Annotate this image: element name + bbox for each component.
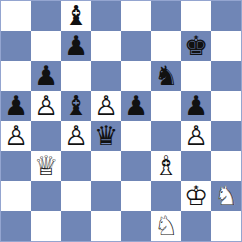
square-a4[interactable]: ♟♙ [1, 121, 31, 151]
square-b5[interactable]: ♟♙ [31, 91, 61, 121]
square-a3[interactable] [1, 151, 31, 181]
piece-white-queen[interactable]: ♛♕ [32, 152, 60, 180]
square-e6[interactable] [121, 61, 151, 91]
square-a6[interactable] [1, 61, 31, 91]
square-g6[interactable] [181, 61, 211, 91]
square-h1[interactable] [211, 211, 241, 241]
square-a2[interactable] [1, 181, 31, 211]
black-queen-glyph: ♛ [92, 122, 120, 150]
piece-white-pawn[interactable]: ♟♙ [92, 92, 120, 120]
piece-black-pawn[interactable]: ♟ [122, 92, 150, 120]
square-h2[interactable]: ♞♘ [211, 181, 241, 211]
piece-white-pawn[interactable]: ♟♙ [32, 92, 60, 120]
square-e5[interactable]: ♟ [121, 91, 151, 121]
white-pawn-glyph-outline: ♙ [92, 92, 120, 120]
piece-black-pawn[interactable]: ♟ [62, 32, 90, 60]
square-b1[interactable] [31, 211, 61, 241]
square-g1[interactable] [181, 211, 211, 241]
square-g3[interactable] [181, 151, 211, 181]
square-b4[interactable] [31, 121, 61, 151]
square-e3[interactable] [121, 151, 151, 181]
black-knight-glyph: ♞ [152, 62, 180, 90]
piece-black-bishop[interactable]: ♝ [62, 92, 90, 120]
square-c7[interactable]: ♟ [61, 31, 91, 61]
square-g7[interactable]: ♚ [181, 31, 211, 61]
black-pawn-glyph: ♟ [2, 92, 30, 120]
square-b6[interactable]: ♟ [31, 61, 61, 91]
square-c8[interactable]: ♝ [61, 1, 91, 31]
piece-white-knight[interactable]: ♞♘ [212, 182, 240, 210]
square-d6[interactable] [91, 61, 121, 91]
square-f1[interactable]: ♞♘ [151, 211, 181, 241]
piece-white-pawn[interactable]: ♟♙ [62, 122, 90, 150]
white-pawn-glyph-outline: ♙ [2, 122, 30, 150]
square-c1[interactable] [61, 211, 91, 241]
square-a5[interactable]: ♟ [1, 91, 31, 121]
chess-board: ♝♟♚♟♞♟♟♙♝♟♙♟♟♟♙♟♙♛♟♙♛♕♝♗♚♔♞♘♞♘ [0, 0, 242, 242]
square-b3[interactable]: ♛♕ [31, 151, 61, 181]
square-f6[interactable]: ♞ [151, 61, 181, 91]
black-pawn-glyph: ♟ [32, 62, 60, 90]
white-king-glyph-outline: ♔ [182, 182, 210, 210]
square-f4[interactable] [151, 121, 181, 151]
square-h7[interactable] [211, 31, 241, 61]
square-d1[interactable] [91, 211, 121, 241]
black-king-glyph: ♚ [182, 32, 210, 60]
piece-white-bishop[interactable]: ♝♗ [152, 152, 180, 180]
black-pawn-glyph: ♟ [122, 92, 150, 120]
square-c6[interactable] [61, 61, 91, 91]
square-h3[interactable] [211, 151, 241, 181]
square-f8[interactable] [151, 1, 181, 31]
white-knight-glyph-outline: ♘ [152, 212, 180, 240]
black-pawn-glyph: ♟ [182, 92, 210, 120]
piece-black-pawn[interactable]: ♟ [182, 92, 210, 120]
black-bishop-glyph: ♝ [62, 92, 90, 120]
piece-white-pawn[interactable]: ♟♙ [2, 122, 30, 150]
square-d3[interactable] [91, 151, 121, 181]
square-d2[interactable] [91, 181, 121, 211]
square-a1[interactable] [1, 211, 31, 241]
square-d5[interactable]: ♟♙ [91, 91, 121, 121]
square-f2[interactable] [151, 181, 181, 211]
piece-black-bishop[interactable]: ♝ [62, 2, 90, 30]
square-e1[interactable] [121, 211, 151, 241]
piece-white-pawn[interactable]: ♟♙ [182, 122, 210, 150]
square-h5[interactable] [211, 91, 241, 121]
piece-black-knight[interactable]: ♞ [152, 62, 180, 90]
square-g2[interactable]: ♚♔ [181, 181, 211, 211]
square-g5[interactable]: ♟ [181, 91, 211, 121]
piece-black-king[interactable]: ♚ [182, 32, 210, 60]
square-c3[interactable] [61, 151, 91, 181]
square-h4[interactable] [211, 121, 241, 151]
white-pawn-glyph-outline: ♙ [182, 122, 210, 150]
black-bishop-glyph: ♝ [62, 2, 90, 30]
square-c4[interactable]: ♟♙ [61, 121, 91, 151]
square-e2[interactable] [121, 181, 151, 211]
square-h6[interactable] [211, 61, 241, 91]
square-d7[interactable] [91, 31, 121, 61]
square-d4[interactable]: ♛ [91, 121, 121, 151]
piece-white-knight[interactable]: ♞♘ [152, 212, 180, 240]
piece-black-pawn[interactable]: ♟ [2, 92, 30, 120]
white-bishop-glyph-outline: ♗ [152, 152, 180, 180]
square-e8[interactable] [121, 1, 151, 31]
square-g4[interactable]: ♟♙ [181, 121, 211, 151]
square-f5[interactable] [151, 91, 181, 121]
square-b2[interactable] [31, 181, 61, 211]
white-pawn-glyph-outline: ♙ [62, 122, 90, 150]
square-h8[interactable] [211, 1, 241, 31]
square-b8[interactable] [31, 1, 61, 31]
white-knight-glyph-outline: ♘ [212, 182, 240, 210]
piece-black-queen[interactable]: ♛ [92, 122, 120, 150]
black-pawn-glyph: ♟ [62, 32, 90, 60]
square-g8[interactable] [181, 1, 211, 31]
white-queen-glyph-outline: ♕ [32, 152, 60, 180]
square-a7[interactable] [1, 31, 31, 61]
piece-black-pawn[interactable]: ♟ [32, 62, 60, 90]
square-f3[interactable]: ♝♗ [151, 151, 181, 181]
piece-white-king[interactable]: ♚♔ [182, 182, 210, 210]
square-e4[interactable] [121, 121, 151, 151]
white-pawn-glyph-outline: ♙ [32, 92, 60, 120]
square-c2[interactable] [61, 181, 91, 211]
square-c5[interactable]: ♝ [61, 91, 91, 121]
square-d8[interactable] [91, 1, 121, 31]
square-e7[interactable] [121, 31, 151, 61]
square-f7[interactable] [151, 31, 181, 61]
square-b7[interactable] [31, 31, 61, 61]
square-a8[interactable] [1, 1, 31, 31]
